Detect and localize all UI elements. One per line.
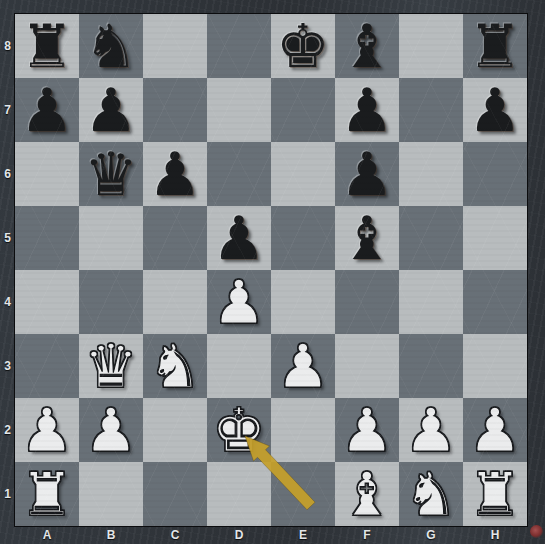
square-c6[interactable]: ♟	[143, 142, 207, 206]
square-h4[interactable]	[463, 270, 527, 334]
square-d3[interactable]	[207, 334, 271, 398]
square-a8[interactable]: ♜	[15, 14, 79, 78]
square-e4[interactable]	[271, 270, 335, 334]
black-pawn-d5[interactable]: ♟	[207, 206, 271, 270]
square-g6[interactable]	[399, 142, 463, 206]
square-f4[interactable]	[335, 270, 399, 334]
square-f6[interactable]: ♟	[335, 142, 399, 206]
square-d4[interactable]: ♟	[207, 270, 271, 334]
file-label-b: B	[79, 526, 143, 544]
square-h5[interactable]	[463, 206, 527, 270]
square-g7[interactable]	[399, 78, 463, 142]
white-pawn-a2[interactable]: ♟	[15, 398, 79, 462]
square-g4[interactable]	[399, 270, 463, 334]
square-c3[interactable]: ♞	[143, 334, 207, 398]
white-queen-b3[interactable]: ♛	[79, 334, 143, 398]
square-e3[interactable]: ♟	[271, 334, 335, 398]
square-f2[interactable]: ♟	[335, 398, 399, 462]
file-label-h: H	[463, 526, 527, 544]
file-label-g: G	[399, 526, 463, 544]
rank-label-6: 6	[0, 142, 15, 206]
file-label-d: D	[207, 526, 271, 544]
square-a4[interactable]	[15, 270, 79, 334]
square-a6[interactable]	[15, 142, 79, 206]
square-g5[interactable]	[399, 206, 463, 270]
black-pawn-c6[interactable]: ♟	[143, 142, 207, 206]
file-label-c: C	[143, 526, 207, 544]
square-h1[interactable]: ♜	[463, 462, 527, 526]
square-a7[interactable]: ♟	[15, 78, 79, 142]
file-label-f: F	[335, 526, 399, 544]
rank-label-5: 5	[0, 206, 15, 270]
square-h8[interactable]: ♜	[463, 14, 527, 78]
square-f1[interactable]: ♝	[335, 462, 399, 526]
square-a3[interactable]	[15, 334, 79, 398]
square-h7[interactable]: ♟	[463, 78, 527, 142]
square-a5[interactable]	[15, 206, 79, 270]
square-a2[interactable]: ♟	[15, 398, 79, 462]
square-c2[interactable]	[143, 398, 207, 462]
square-d1[interactable]	[207, 462, 271, 526]
black-rook-a8[interactable]: ♜	[15, 14, 79, 78]
black-pawn-a7[interactable]: ♟	[15, 78, 79, 142]
black-king-e8[interactable]: ♚	[271, 14, 335, 78]
square-d8[interactable]	[207, 14, 271, 78]
black-knight-b8[interactable]: ♞	[79, 14, 143, 78]
square-h3[interactable]	[463, 334, 527, 398]
square-c5[interactable]	[143, 206, 207, 270]
white-rook-a1[interactable]: ♜	[15, 462, 79, 526]
square-d2[interactable]: ♚	[207, 398, 271, 462]
square-b8[interactable]: ♞	[79, 14, 143, 78]
square-a1[interactable]: ♜	[15, 462, 79, 526]
square-f5[interactable]: ♝	[335, 206, 399, 270]
square-e7[interactable]	[271, 78, 335, 142]
square-b4[interactable]	[79, 270, 143, 334]
square-g8[interactable]	[399, 14, 463, 78]
square-e5[interactable]	[271, 206, 335, 270]
white-knight-g1[interactable]: ♞	[399, 462, 463, 526]
square-b7[interactable]: ♟	[79, 78, 143, 142]
square-f3[interactable]	[335, 334, 399, 398]
white-rook-h1[interactable]: ♜	[463, 462, 527, 526]
rank-label-1: 1	[0, 462, 15, 526]
white-king-d2[interactable]: ♚	[207, 398, 271, 462]
square-f7[interactable]: ♟	[335, 78, 399, 142]
square-b6[interactable]: ♛	[79, 142, 143, 206]
square-b2[interactable]: ♟	[79, 398, 143, 462]
white-pawn-b2[interactable]: ♟	[79, 398, 143, 462]
white-pawn-e3[interactable]: ♟	[271, 334, 335, 398]
record-indicator-dot	[530, 525, 543, 538]
chess-board: ♜♞♚♝♜♟♟♟♟♛♟♟♟♝♟♛♞♟♟♟♚♟♟♟♜♝♞♜	[15, 14, 527, 526]
chess-app-window: ♜♞♚♝♜♟♟♟♟♛♟♟♟♝♟♛♞♟♟♟♚♟♟♟♜♝♞♜ 87654321 AB…	[0, 0, 545, 544]
square-g3[interactable]	[399, 334, 463, 398]
square-b1[interactable]	[79, 462, 143, 526]
square-c8[interactable]	[143, 14, 207, 78]
square-f8[interactable]: ♝	[335, 14, 399, 78]
rank-label-2: 2	[0, 398, 15, 462]
square-c4[interactable]	[143, 270, 207, 334]
square-h6[interactable]	[463, 142, 527, 206]
rank-label-8: 8	[0, 14, 15, 78]
white-bishop-f1[interactable]: ♝	[335, 462, 399, 526]
square-d5[interactable]: ♟	[207, 206, 271, 270]
square-b5[interactable]	[79, 206, 143, 270]
black-pawn-b7[interactable]: ♟	[79, 78, 143, 142]
square-c1[interactable]	[143, 462, 207, 526]
black-pawn-h7[interactable]: ♟	[463, 78, 527, 142]
rank-label-7: 7	[0, 78, 15, 142]
square-h2[interactable]: ♟	[463, 398, 527, 462]
file-label-a: A	[15, 526, 79, 544]
square-d7[interactable]	[207, 78, 271, 142]
square-e1[interactable]	[271, 462, 335, 526]
black-bishop-f8[interactable]: ♝	[335, 14, 399, 78]
black-pawn-f6[interactable]: ♟	[335, 142, 399, 206]
square-c7[interactable]	[143, 78, 207, 142]
file-label-e: E	[271, 526, 335, 544]
black-queen-b6[interactable]: ♛	[79, 142, 143, 206]
square-g2[interactable]: ♟	[399, 398, 463, 462]
square-b3[interactable]: ♛	[79, 334, 143, 398]
rank-label-4: 4	[0, 270, 15, 334]
square-e2[interactable]	[271, 398, 335, 462]
square-d6[interactable]	[207, 142, 271, 206]
square-e8[interactable]: ♚	[271, 14, 335, 78]
rank-label-3: 3	[0, 334, 15, 398]
square-g1[interactable]: ♞	[399, 462, 463, 526]
black-pawn-f7[interactable]: ♟	[335, 78, 399, 142]
black-rook-h8[interactable]: ♜	[463, 14, 527, 78]
white-pawn-d4[interactable]: ♟	[207, 270, 271, 334]
white-pawn-f2[interactable]: ♟	[335, 398, 399, 462]
white-pawn-g2[interactable]: ♟	[399, 398, 463, 462]
white-pawn-h2[interactable]: ♟	[463, 398, 527, 462]
square-e6[interactable]	[271, 142, 335, 206]
black-bishop-f5[interactable]: ♝	[335, 206, 399, 270]
white-knight-c3[interactable]: ♞	[143, 334, 207, 398]
